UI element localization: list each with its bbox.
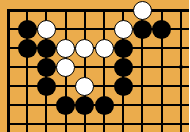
white-stone[interactable] xyxy=(56,58,75,77)
go-diagram xyxy=(0,0,189,132)
board-top-edge-line xyxy=(7,9,190,12)
black-stone[interactable] xyxy=(37,39,56,58)
white-stone[interactable] xyxy=(37,20,56,39)
white-stone[interactable] xyxy=(56,39,75,58)
grid-line-horizontal xyxy=(7,66,190,68)
black-stone[interactable] xyxy=(18,20,37,39)
black-stone[interactable] xyxy=(114,58,133,77)
black-stone[interactable] xyxy=(37,77,56,96)
star-point xyxy=(179,65,183,69)
black-stone[interactable] xyxy=(152,20,171,39)
grid-line-horizontal xyxy=(7,123,190,125)
black-stone[interactable] xyxy=(75,96,94,115)
black-stone[interactable] xyxy=(114,77,133,96)
black-stone[interactable] xyxy=(95,96,114,115)
go-board[interactable] xyxy=(0,0,189,132)
grid-line-horizontal xyxy=(7,85,190,87)
white-stone[interactable] xyxy=(75,77,94,96)
white-stone[interactable] xyxy=(133,1,152,20)
black-stone[interactable] xyxy=(114,39,133,58)
black-stone[interactable] xyxy=(37,58,56,77)
black-stone[interactable] xyxy=(133,20,152,39)
white-stone[interactable] xyxy=(114,20,133,39)
black-stone[interactable] xyxy=(18,39,37,58)
white-stone[interactable] xyxy=(95,39,114,58)
black-stone[interactable] xyxy=(56,96,75,115)
white-stone[interactable] xyxy=(75,39,94,58)
